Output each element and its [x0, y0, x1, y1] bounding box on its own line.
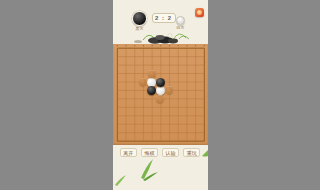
- score-display: 2 : 2: [152, 13, 176, 23]
- gift-icon[interactable]: [195, 8, 204, 17]
- black-player-avatar: [132, 11, 147, 26]
- legal-move-hint[interactable]: [139, 78, 147, 86]
- white-player-avatar: [176, 16, 185, 25]
- game-screen: 黑方 2 : 2 白方 离开悔棋认输重玩: [113, 0, 208, 190]
- bamboo-leaves-decoration: [113, 150, 208, 190]
- game-board[interactable]: [113, 44, 208, 145]
- white-stone: [156, 86, 165, 95]
- black-stone: [147, 86, 156, 95]
- stone-pile-decoration: [129, 27, 193, 44]
- legal-move-hint[interactable]: [148, 70, 156, 78]
- black-stone: [156, 78, 165, 87]
